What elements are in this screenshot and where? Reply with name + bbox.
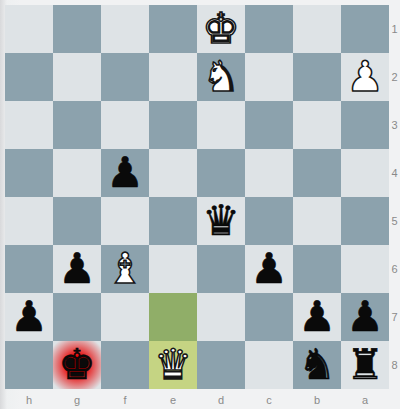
square-a6[interactable] (341, 245, 389, 293)
square-c8[interactable] (245, 341, 293, 389)
coord-file-d: d (197, 390, 245, 409)
square-c2[interactable] (245, 53, 293, 101)
square-d1[interactable]: ♚ (197, 5, 245, 53)
square-e1[interactable] (149, 5, 197, 53)
piece-black-knight[interactable]: ♞ (298, 341, 336, 389)
piece-white-bishop[interactable]: ♝ (106, 245, 144, 293)
piece-white-queen[interactable]: ♛ (154, 341, 192, 389)
chess-app: ♚♞♟♟♛♟♝♟♟♟♟♚♛♞♜ hgfedcba 12345678 (0, 0, 400, 409)
piece-white-pawn[interactable]: ♟ (346, 53, 384, 101)
coord-rank-2: 2 (389, 53, 400, 101)
square-c1[interactable] (245, 5, 293, 53)
square-g7[interactable] (53, 293, 101, 341)
square-a1[interactable] (341, 5, 389, 53)
coord-file-f: f (101, 390, 149, 409)
coord-file-g: g (53, 390, 101, 409)
square-b4[interactable] (293, 149, 341, 197)
square-a8[interactable]: ♜ (341, 341, 389, 389)
square-g3[interactable] (53, 101, 101, 149)
square-d3[interactable] (197, 101, 245, 149)
square-g8[interactable]: ♚ (53, 341, 101, 389)
square-f1[interactable] (101, 5, 149, 53)
square-f7[interactable] (101, 293, 149, 341)
square-c6[interactable]: ♟ (245, 245, 293, 293)
coord-rank-8: 8 (389, 341, 400, 389)
square-e3[interactable] (149, 101, 197, 149)
piece-black-pawn[interactable]: ♟ (58, 245, 96, 293)
file-coordinates: hgfedcba (5, 390, 389, 409)
piece-black-rook[interactable]: ♜ (346, 341, 384, 389)
square-d2[interactable]: ♞ (197, 53, 245, 101)
square-g2[interactable] (53, 53, 101, 101)
square-f5[interactable] (101, 197, 149, 245)
square-c5[interactable] (245, 197, 293, 245)
square-g5[interactable] (53, 197, 101, 245)
coord-rank-3: 3 (389, 101, 400, 149)
piece-black-pawn[interactable]: ♟ (250, 245, 288, 293)
chess-board[interactable]: ♚♞♟♟♛♟♝♟♟♟♟♚♛♞♜ (5, 5, 389, 389)
piece-black-pawn[interactable]: ♟ (106, 149, 144, 197)
square-b7[interactable]: ♟ (293, 293, 341, 341)
coord-rank-6: 6 (389, 245, 400, 293)
square-h8[interactable] (5, 341, 53, 389)
square-h2[interactable] (5, 53, 53, 101)
square-h6[interactable] (5, 245, 53, 293)
square-e4[interactable] (149, 149, 197, 197)
square-c4[interactable] (245, 149, 293, 197)
square-a5[interactable] (341, 197, 389, 245)
square-h1[interactable] (5, 5, 53, 53)
piece-black-pawn[interactable]: ♟ (298, 293, 336, 341)
square-h5[interactable] (5, 197, 53, 245)
square-g1[interactable] (53, 5, 101, 53)
square-e8[interactable]: ♛ (149, 341, 197, 389)
coord-rank-4: 4 (389, 149, 400, 197)
square-c7[interactable] (245, 293, 293, 341)
square-a2[interactable]: ♟ (341, 53, 389, 101)
square-d4[interactable] (197, 149, 245, 197)
square-f8[interactable] (101, 341, 149, 389)
square-b5[interactable] (293, 197, 341, 245)
square-b3[interactable] (293, 101, 341, 149)
square-g6[interactable]: ♟ (53, 245, 101, 293)
coord-file-h: h (5, 390, 53, 409)
coord-rank-5: 5 (389, 197, 400, 245)
piece-white-king[interactable]: ♚ (202, 5, 240, 53)
piece-black-pawn[interactable]: ♟ (10, 293, 48, 341)
rank-coordinates: 12345678 (389, 5, 400, 389)
square-g4[interactable] (53, 149, 101, 197)
piece-black-pawn[interactable]: ♟ (346, 293, 384, 341)
square-f4[interactable]: ♟ (101, 149, 149, 197)
square-e6[interactable] (149, 245, 197, 293)
square-f2[interactable] (101, 53, 149, 101)
piece-black-queen[interactable]: ♛ (202, 197, 240, 245)
square-e2[interactable] (149, 53, 197, 101)
square-d8[interactable] (197, 341, 245, 389)
square-d6[interactable] (197, 245, 245, 293)
square-d5[interactable]: ♛ (197, 197, 245, 245)
piece-black-king[interactable]: ♚ (58, 341, 96, 389)
square-d7[interactable] (197, 293, 245, 341)
coord-file-e: e (149, 390, 197, 409)
coord-file-c: c (245, 390, 293, 409)
square-a4[interactable] (341, 149, 389, 197)
square-f6[interactable]: ♝ (101, 245, 149, 293)
square-e7[interactable] (149, 293, 197, 341)
coord-rank-1: 1 (389, 5, 400, 53)
square-h7[interactable]: ♟ (5, 293, 53, 341)
square-b2[interactable] (293, 53, 341, 101)
square-h3[interactable] (5, 101, 53, 149)
square-h4[interactable] (5, 149, 53, 197)
coord-rank-7: 7 (389, 293, 400, 341)
square-b6[interactable] (293, 245, 341, 293)
square-a3[interactable] (341, 101, 389, 149)
square-c3[interactable] (245, 101, 293, 149)
square-f3[interactable] (101, 101, 149, 149)
square-a7[interactable]: ♟ (341, 293, 389, 341)
coord-file-a: a (341, 390, 389, 409)
square-b1[interactable] (293, 5, 341, 53)
square-e5[interactable] (149, 197, 197, 245)
square-b8[interactable]: ♞ (293, 341, 341, 389)
coord-file-b: b (293, 390, 341, 409)
piece-white-knight[interactable]: ♞ (202, 53, 240, 101)
